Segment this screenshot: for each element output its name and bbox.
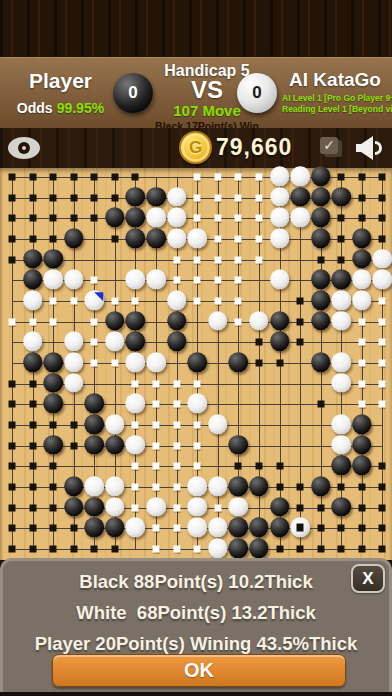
black-stone xyxy=(352,414,372,434)
black-stone xyxy=(85,394,105,414)
white-territory-marker xyxy=(132,504,139,511)
black-stone xyxy=(23,249,43,269)
black-territory-marker xyxy=(276,463,283,470)
black-territory-marker xyxy=(29,442,36,449)
ai-info: AI KataGo AI Level 1 [Pro Go Player 9+] … xyxy=(282,69,388,113)
white-stone xyxy=(208,414,228,434)
black-stone xyxy=(43,249,63,269)
black-stone xyxy=(146,187,166,207)
black-territory-marker xyxy=(297,298,304,305)
bottom-edge xyxy=(0,692,392,696)
black-territory-marker xyxy=(276,484,283,491)
black-territory-marker xyxy=(9,484,16,491)
black-territory-marker xyxy=(29,194,36,201)
white-territory-marker xyxy=(379,298,386,305)
grid-line-v xyxy=(300,177,301,550)
white-stone xyxy=(290,208,310,228)
black-territory-marker xyxy=(9,380,16,387)
black-stone xyxy=(43,373,63,393)
white-territory-marker xyxy=(214,256,221,263)
white-territory-marker xyxy=(358,401,365,408)
black-stone xyxy=(332,456,352,476)
eye-icon[interactable] xyxy=(8,137,40,159)
white-territory-marker xyxy=(50,318,57,325)
black-stone xyxy=(270,497,290,517)
black-territory-marker xyxy=(358,525,365,532)
black-territory-marker xyxy=(70,194,77,201)
black-territory-marker xyxy=(70,546,77,553)
black-territory-marker xyxy=(29,422,36,429)
black-stone xyxy=(352,228,372,248)
white-stone xyxy=(229,497,249,517)
checkbox-check: ✓ xyxy=(320,137,338,154)
black-stone xyxy=(85,414,105,434)
black-stone xyxy=(311,208,331,228)
ai-level-line: AI Level 1 [Pro Go Player 9+] xyxy=(282,94,388,102)
white-territory-marker xyxy=(153,442,160,449)
white-stone xyxy=(270,187,290,207)
player-odds: Odds99.95% xyxy=(8,100,113,116)
white-stone xyxy=(146,270,166,290)
black-stone xyxy=(229,538,249,558)
white-stone xyxy=(23,332,43,352)
white-territory-marker xyxy=(111,360,118,367)
black-stone xyxy=(311,290,331,310)
white-territory-marker xyxy=(214,277,221,284)
black-territory-marker xyxy=(9,236,16,243)
black-territory-marker xyxy=(9,256,16,263)
white-territory-marker xyxy=(194,546,201,553)
white-territory-marker xyxy=(379,339,386,346)
black-stone xyxy=(126,208,146,228)
white-territory-marker xyxy=(153,422,160,429)
white-territory-marker xyxy=(379,380,386,387)
black-territory-marker xyxy=(111,546,118,553)
white-territory-marker xyxy=(194,194,201,201)
speaker-body xyxy=(356,136,373,160)
ai-reading-line: Reading Level 1 [Beyond vision] xyxy=(282,105,388,113)
white-territory-marker xyxy=(91,318,98,325)
black-territory-marker xyxy=(111,194,118,201)
black-stone xyxy=(270,518,290,538)
white-stone xyxy=(352,270,372,290)
black-territory-marker xyxy=(255,463,262,470)
white-territory-marker xyxy=(132,380,139,387)
go-board[interactable] xyxy=(0,168,392,560)
white-stone xyxy=(187,497,207,517)
white-territory-marker xyxy=(173,504,180,511)
white-territory-marker xyxy=(173,401,180,408)
white-stone xyxy=(332,373,352,393)
white-territory-marker xyxy=(153,484,160,491)
white-territory-marker xyxy=(173,484,180,491)
white-stone xyxy=(126,270,146,290)
dead-stone-marker xyxy=(296,524,304,532)
white-capture-counter: 0 xyxy=(237,73,277,113)
black-territory-marker xyxy=(9,194,16,201)
black-stone xyxy=(64,476,84,496)
black-territory-marker xyxy=(70,215,77,222)
black-stone xyxy=(23,352,43,372)
black-stone xyxy=(43,435,63,455)
black-territory-marker xyxy=(29,174,36,181)
ai-name: AI KataGo xyxy=(282,69,388,91)
black-territory-marker xyxy=(29,380,36,387)
black-territory-marker xyxy=(111,236,118,243)
white-stone xyxy=(126,435,146,455)
black-territory-marker xyxy=(379,504,386,511)
white-territory-marker xyxy=(132,422,139,429)
black-stone xyxy=(43,394,63,414)
white-territory-marker xyxy=(358,339,365,346)
black-territory-marker xyxy=(338,484,345,491)
white-stone xyxy=(332,311,352,331)
white-territory-marker xyxy=(194,277,201,284)
white-territory-marker xyxy=(50,298,57,305)
white-territory-marker xyxy=(235,236,242,243)
white-stone xyxy=(105,476,125,496)
black-stone xyxy=(64,228,84,248)
white-stone xyxy=(167,187,187,207)
black-territory-marker xyxy=(70,174,77,181)
match-header: Player Odds99.95% 0 Handicap 5 VS 107 Mo… xyxy=(0,57,392,128)
white-stone xyxy=(167,208,187,228)
white-territory-marker xyxy=(358,318,365,325)
white-territory-marker xyxy=(194,442,201,449)
black-territory-marker xyxy=(50,194,57,201)
black-territory-marker xyxy=(338,525,345,532)
white-territory-marker xyxy=(194,174,201,181)
white-stone xyxy=(105,332,125,352)
black-stone xyxy=(249,518,269,538)
black-territory-marker xyxy=(379,463,386,470)
white-territory-marker xyxy=(235,174,242,181)
white-territory-marker xyxy=(173,546,180,553)
white-territory-marker xyxy=(173,525,180,532)
white-stone xyxy=(208,311,228,331)
white-territory-marker xyxy=(379,318,386,325)
black-territory-marker xyxy=(297,504,304,511)
black-territory-marker xyxy=(29,236,36,243)
checkbox-icon[interactable]: ✓ xyxy=(320,137,342,157)
white-territory-marker xyxy=(132,298,139,305)
black-stone xyxy=(23,270,43,290)
black-territory-marker xyxy=(29,546,36,553)
white-stone xyxy=(373,270,392,290)
white-stone xyxy=(187,518,207,538)
black-stone xyxy=(229,476,249,496)
black-territory-marker xyxy=(297,318,304,325)
black-territory-marker xyxy=(379,236,386,243)
black-stone xyxy=(85,435,105,455)
black-territory-marker xyxy=(50,236,57,243)
white-territory-marker xyxy=(194,422,201,429)
black-stone xyxy=(311,228,331,248)
white-territory-marker xyxy=(194,463,201,470)
black-territory-marker xyxy=(317,504,324,511)
white-stone xyxy=(187,394,207,414)
black-territory-marker xyxy=(297,339,304,346)
white-stone xyxy=(64,373,84,393)
black-territory-marker xyxy=(29,401,36,408)
black-score-line: Black 88Point(s) 10.2Thick xyxy=(3,566,389,597)
black-territory-marker xyxy=(358,484,365,491)
black-territory-marker xyxy=(111,174,118,181)
black-territory-marker xyxy=(276,360,283,367)
black-stone xyxy=(229,352,249,372)
black-stone xyxy=(229,518,249,538)
white-territory-marker xyxy=(235,318,242,325)
black-territory-marker xyxy=(379,546,386,553)
black-stone xyxy=(105,518,125,538)
black-territory-marker xyxy=(338,546,345,553)
black-territory-marker xyxy=(70,422,77,429)
ok-button[interactable]: OK xyxy=(52,654,346,687)
speaker-wave xyxy=(375,141,382,155)
black-stone xyxy=(332,497,352,517)
black-territory-marker xyxy=(50,504,57,511)
black-stone xyxy=(311,311,331,331)
white-territory-marker xyxy=(91,360,98,367)
white-territory-marker xyxy=(194,256,201,263)
white-territory-marker xyxy=(214,174,221,181)
black-stone xyxy=(43,352,63,372)
white-territory-marker xyxy=(214,298,221,305)
black-stone xyxy=(270,332,290,352)
top-wood-background xyxy=(0,0,392,57)
black-territory-marker xyxy=(338,174,345,181)
white-stone xyxy=(332,352,352,372)
black-stone xyxy=(126,332,146,352)
white-stone xyxy=(332,414,352,434)
black-territory-marker xyxy=(50,422,57,429)
black-stone xyxy=(105,208,125,228)
white-territory-marker xyxy=(173,277,180,284)
white-stone xyxy=(64,270,84,290)
eye-glint xyxy=(22,146,26,150)
white-stone xyxy=(167,228,187,248)
black-stone xyxy=(85,497,105,517)
white-stone xyxy=(126,518,146,538)
white-stone xyxy=(126,394,146,414)
black-territory-marker xyxy=(338,256,345,263)
white-stone xyxy=(187,228,207,248)
black-territory-marker xyxy=(29,525,36,532)
black-stone xyxy=(352,249,372,269)
black-stone xyxy=(311,187,331,207)
black-territory-marker xyxy=(235,463,242,470)
black-territory-marker xyxy=(255,360,262,367)
white-stone xyxy=(208,538,228,558)
white-stone xyxy=(146,208,166,228)
black-territory-marker xyxy=(91,194,98,201)
black-stone xyxy=(311,166,331,186)
black-territory-marker xyxy=(338,215,345,222)
black-territory-marker xyxy=(132,174,139,181)
white-territory-marker xyxy=(235,256,242,263)
white-stone xyxy=(290,166,310,186)
white-territory-marker xyxy=(358,360,365,367)
white-stone xyxy=(64,352,84,372)
black-stone xyxy=(167,332,187,352)
black-territory-marker xyxy=(379,215,386,222)
white-stone xyxy=(332,290,352,310)
white-stone xyxy=(167,290,187,310)
black-stone xyxy=(249,476,269,496)
black-territory-marker xyxy=(29,463,36,470)
white-territory-marker xyxy=(173,380,180,387)
score-panel: Black 88Point(s) 10.2Thick White 68Point… xyxy=(0,558,392,692)
black-stone xyxy=(249,538,269,558)
white-stone xyxy=(105,497,125,517)
black-territory-marker xyxy=(358,546,365,553)
white-territory-marker xyxy=(235,277,242,284)
white-territory-marker xyxy=(9,318,16,325)
white-territory-marker xyxy=(132,463,139,470)
black-territory-marker xyxy=(29,504,36,511)
black-territory-marker xyxy=(91,215,98,222)
white-territory-marker xyxy=(255,256,262,263)
white-territory-marker xyxy=(358,380,365,387)
white-territory-marker xyxy=(255,236,262,243)
white-stone xyxy=(126,352,146,372)
coin-icon: G xyxy=(179,131,212,164)
black-stone xyxy=(270,311,290,331)
black-territory-marker xyxy=(379,484,386,491)
black-stone xyxy=(311,352,331,372)
white-territory-marker xyxy=(132,484,139,491)
black-territory-marker xyxy=(317,525,324,532)
odds-value: 99.95% xyxy=(57,100,104,116)
black-territory-marker xyxy=(50,215,57,222)
player-name: Player xyxy=(8,69,113,93)
white-stone xyxy=(85,476,105,496)
black-territory-marker xyxy=(297,484,304,491)
black-stone xyxy=(167,311,187,331)
white-territory-marker xyxy=(255,215,262,222)
white-territory-marker xyxy=(111,298,118,305)
white-stone xyxy=(43,270,63,290)
black-territory-marker xyxy=(317,546,324,553)
black-territory-marker xyxy=(379,525,386,532)
white-territory-marker xyxy=(153,401,160,408)
black-stone xyxy=(352,456,372,476)
black-territory-marker xyxy=(9,463,16,470)
white-score-line: White 68Point(s) 13.2Thick xyxy=(3,597,389,628)
white-territory-marker xyxy=(173,463,180,470)
white-territory-marker xyxy=(379,360,386,367)
white-stone xyxy=(146,352,166,372)
white-territory-marker xyxy=(235,194,242,201)
black-territory-marker xyxy=(358,174,365,181)
black-territory-marker xyxy=(9,442,16,449)
black-territory-marker xyxy=(9,401,16,408)
white-stone xyxy=(208,518,228,538)
player-info: Player Odds99.95% xyxy=(8,69,113,116)
black-territory-marker xyxy=(70,525,77,532)
black-stone xyxy=(229,435,249,455)
white-territory-marker xyxy=(255,194,262,201)
app-screen: Player Odds99.95% 0 Handicap 5 VS 107 Mo… xyxy=(0,0,392,696)
black-territory-marker xyxy=(50,174,57,181)
white-territory-marker xyxy=(214,215,221,222)
white-stone xyxy=(64,332,84,352)
white-territory-marker xyxy=(194,380,201,387)
speaker-icon[interactable] xyxy=(356,136,386,160)
black-territory-marker xyxy=(9,546,16,553)
black-stone xyxy=(126,187,146,207)
black-territory-marker xyxy=(358,504,365,511)
black-territory-marker xyxy=(29,484,36,491)
black-territory-marker xyxy=(9,525,16,532)
white-territory-marker xyxy=(194,298,201,305)
black-stone xyxy=(332,187,352,207)
black-territory-marker xyxy=(276,546,283,553)
white-territory-marker xyxy=(379,401,386,408)
white-stone xyxy=(270,228,290,248)
black-territory-marker xyxy=(70,442,77,449)
white-territory-marker xyxy=(153,546,160,553)
black-territory-marker xyxy=(9,422,16,429)
white-stone xyxy=(332,435,352,455)
black-territory-marker xyxy=(358,215,365,222)
black-stone xyxy=(311,270,331,290)
black-stone xyxy=(85,518,105,538)
white-territory-marker xyxy=(29,318,36,325)
white-territory-marker xyxy=(153,463,160,470)
white-stone xyxy=(290,518,310,538)
black-territory-marker xyxy=(50,525,57,532)
white-stone xyxy=(105,414,125,434)
black-territory-marker xyxy=(9,215,16,222)
white-territory-marker xyxy=(91,339,98,346)
white-territory-marker xyxy=(235,215,242,222)
white-stone xyxy=(187,476,207,496)
white-stone xyxy=(270,166,290,186)
coin-balance: 79,660 xyxy=(216,134,292,161)
black-territory-marker xyxy=(50,484,57,491)
white-territory-marker xyxy=(153,525,160,532)
white-territory-marker xyxy=(194,215,201,222)
odds-label: Odds xyxy=(17,100,53,116)
white-territory-marker xyxy=(173,256,180,263)
black-stone xyxy=(105,435,125,455)
status-strip: G 79,660 ✓ xyxy=(0,128,392,168)
white-stone xyxy=(85,290,105,310)
white-territory-marker xyxy=(214,194,221,201)
black-territory-marker xyxy=(9,504,16,511)
white-stone xyxy=(352,290,372,310)
black-stone xyxy=(290,187,310,207)
white-stone xyxy=(23,290,43,310)
white-territory-marker xyxy=(214,504,221,511)
black-stone xyxy=(352,435,372,455)
close-button[interactable]: X xyxy=(351,564,385,593)
white-territory-marker xyxy=(91,277,98,284)
white-territory-marker xyxy=(214,236,221,243)
black-territory-marker xyxy=(379,194,386,201)
white-stone xyxy=(249,311,269,331)
black-territory-marker xyxy=(9,174,16,181)
white-territory-marker xyxy=(255,174,262,181)
white-stone xyxy=(270,270,290,290)
black-territory-marker xyxy=(379,174,386,181)
white-territory-marker xyxy=(235,298,242,305)
white-territory-marker xyxy=(70,298,77,305)
black-stone xyxy=(187,352,207,372)
black-territory-marker xyxy=(317,401,324,408)
white-territory-marker xyxy=(173,442,180,449)
